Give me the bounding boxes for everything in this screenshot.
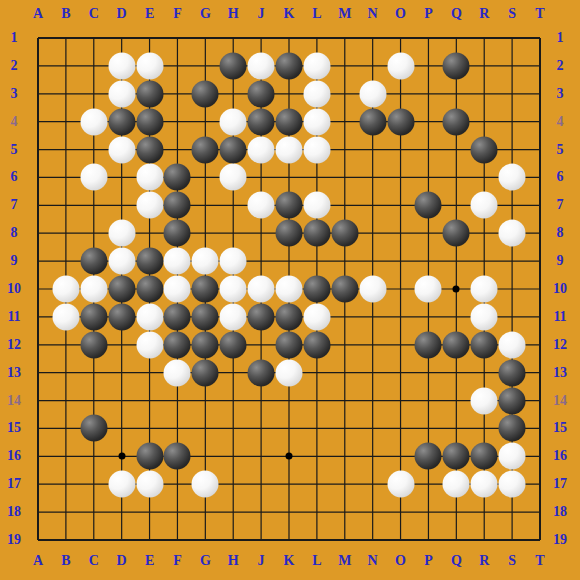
white-stone-K5	[276, 136, 303, 163]
black-stone-F11	[164, 303, 191, 330]
black-stone-E10	[136, 276, 163, 303]
column-label-top-G: G	[200, 7, 211, 21]
black-stone-K8	[276, 220, 303, 247]
black-stone-G12	[192, 331, 219, 358]
white-stone-H4	[220, 108, 247, 135]
column-label-top-M: M	[338, 7, 351, 21]
white-stone-O17	[387, 471, 414, 498]
white-stone-J10	[248, 276, 275, 303]
black-stone-R16	[471, 443, 498, 470]
black-stone-O4	[387, 108, 414, 135]
black-stone-G5	[192, 136, 219, 163]
black-stone-G3	[192, 80, 219, 107]
white-stone-C4	[80, 108, 107, 135]
white-stone-D3	[108, 80, 135, 107]
black-stone-E9	[136, 248, 163, 275]
column-label-bottom-T: T	[535, 554, 544, 568]
black-stone-F6	[164, 164, 191, 191]
column-label-bottom-Q: Q	[451, 554, 462, 568]
white-stone-B10	[52, 276, 79, 303]
black-stone-K7	[276, 192, 303, 219]
black-stone-C12	[80, 331, 107, 358]
white-stone-R14	[471, 387, 498, 414]
row-label-left-1: 1	[11, 31, 18, 45]
row-label-right-17: 17	[553, 477, 567, 491]
white-stone-R11	[471, 303, 498, 330]
black-stone-J3	[248, 80, 275, 107]
black-stone-D4	[108, 108, 135, 135]
row-label-right-14: 14	[553, 394, 567, 408]
column-label-bottom-F: F	[173, 554, 182, 568]
row-label-left-10: 10	[7, 282, 21, 296]
column-label-top-C: C	[89, 7, 99, 21]
column-label-top-R: R	[479, 7, 489, 21]
column-label-bottom-L: L	[312, 554, 321, 568]
column-label-bottom-A: A	[33, 554, 43, 568]
row-label-left-8: 8	[11, 226, 18, 240]
row-label-right-8: 8	[557, 226, 564, 240]
row-label-right-2: 2	[557, 59, 564, 73]
row-label-left-14: 14	[7, 394, 21, 408]
white-stone-H6	[220, 164, 247, 191]
row-label-left-16: 16	[7, 449, 21, 463]
black-stone-D11	[108, 303, 135, 330]
black-stone-M10	[331, 276, 358, 303]
white-stone-E2	[136, 52, 163, 79]
row-label-right-16: 16	[553, 449, 567, 463]
white-stone-H9	[220, 248, 247, 275]
row-label-left-2: 2	[11, 59, 18, 73]
row-label-left-15: 15	[7, 421, 21, 435]
black-stone-S15	[499, 415, 526, 442]
column-label-top-K: K	[284, 7, 295, 21]
black-stone-H5	[220, 136, 247, 163]
black-stone-K2	[276, 52, 303, 79]
column-label-top-T: T	[535, 7, 544, 21]
row-label-right-4: 4	[557, 115, 564, 129]
row-label-left-11: 11	[7, 310, 20, 324]
row-label-right-10: 10	[553, 282, 567, 296]
row-label-left-6: 6	[11, 170, 18, 184]
go-board[interactable]: AABBCCDDEEFFGGHHJJKKLLMMNNOOPPQQRRSSTT11…	[0, 0, 580, 580]
white-stone-S8	[499, 220, 526, 247]
column-label-top-O: O	[395, 7, 406, 21]
black-stone-E3	[136, 80, 163, 107]
black-stone-C15	[80, 415, 107, 442]
black-stone-N4	[359, 108, 386, 135]
white-stone-F9	[164, 248, 191, 275]
row-label-left-17: 17	[7, 477, 21, 491]
column-label-top-E: E	[145, 7, 154, 21]
column-label-top-H: H	[228, 7, 239, 21]
black-stone-Q12	[443, 331, 470, 358]
row-label-right-6: 6	[557, 170, 564, 184]
black-stone-C11	[80, 303, 107, 330]
white-stone-G9	[192, 248, 219, 275]
row-label-left-4: 4	[11, 115, 18, 129]
black-stone-G13	[192, 359, 219, 386]
black-stone-L10	[303, 276, 330, 303]
white-stone-F10	[164, 276, 191, 303]
white-stone-O2	[387, 52, 414, 79]
row-label-right-15: 15	[553, 421, 567, 435]
black-stone-S14	[499, 387, 526, 414]
column-label-top-D: D	[117, 7, 127, 21]
row-label-right-19: 19	[553, 533, 567, 547]
white-stone-N3	[359, 80, 386, 107]
white-stone-Q17	[443, 471, 470, 498]
column-label-top-P: P	[424, 7, 433, 21]
black-stone-M8	[331, 220, 358, 247]
row-label-right-13: 13	[553, 366, 567, 380]
row-label-left-18: 18	[7, 505, 21, 519]
white-stone-E11	[136, 303, 163, 330]
row-label-left-12: 12	[7, 338, 21, 352]
black-stone-J4	[248, 108, 275, 135]
column-label-top-S: S	[508, 7, 516, 21]
column-label-top-B: B	[61, 7, 70, 21]
white-stone-H10	[220, 276, 247, 303]
black-stone-P7	[415, 192, 442, 219]
white-stone-J7	[248, 192, 275, 219]
row-label-right-3: 3	[557, 87, 564, 101]
black-stone-J11	[248, 303, 275, 330]
black-stone-J13	[248, 359, 275, 386]
column-label-bottom-D: D	[117, 554, 127, 568]
white-stone-S16	[499, 443, 526, 470]
white-stone-D2	[108, 52, 135, 79]
column-label-bottom-C: C	[89, 554, 99, 568]
white-stone-F13	[164, 359, 191, 386]
white-stone-J2	[248, 52, 275, 79]
column-label-bottom-O: O	[395, 554, 406, 568]
row-label-right-1: 1	[557, 31, 564, 45]
row-label-right-7: 7	[557, 198, 564, 212]
black-stone-S13	[499, 359, 526, 386]
black-stone-E5	[136, 136, 163, 163]
black-stone-K11	[276, 303, 303, 330]
white-stone-K13	[276, 359, 303, 386]
column-label-bottom-N: N	[368, 554, 378, 568]
black-stone-F12	[164, 331, 191, 358]
white-stone-E17	[136, 471, 163, 498]
row-label-left-7: 7	[11, 198, 18, 212]
row-label-right-12: 12	[553, 338, 567, 352]
black-stone-G10	[192, 276, 219, 303]
black-stone-D10	[108, 276, 135, 303]
column-label-bottom-P: P	[424, 554, 433, 568]
white-stone-E6	[136, 164, 163, 191]
black-stone-K12	[276, 331, 303, 358]
white-stone-S6	[499, 164, 526, 191]
black-stone-Q8	[443, 220, 470, 247]
black-stone-C9	[80, 248, 107, 275]
column-label-top-A: A	[33, 7, 43, 21]
white-stone-K10	[276, 276, 303, 303]
white-stone-E7	[136, 192, 163, 219]
black-stone-F7	[164, 192, 191, 219]
black-stone-L12	[303, 331, 330, 358]
column-label-bottom-H: H	[228, 554, 239, 568]
black-stone-F16	[164, 443, 191, 470]
column-label-bottom-B: B	[61, 554, 70, 568]
black-stone-E16	[136, 443, 163, 470]
white-stone-E12	[136, 331, 163, 358]
star-point-D16	[118, 453, 125, 460]
white-stone-D8	[108, 220, 135, 247]
white-stone-R17	[471, 471, 498, 498]
black-stone-F8	[164, 220, 191, 247]
white-stone-L5	[303, 136, 330, 163]
white-stone-D9	[108, 248, 135, 275]
black-stone-L8	[303, 220, 330, 247]
black-stone-P16	[415, 443, 442, 470]
white-stone-B11	[52, 303, 79, 330]
white-stone-H11	[220, 303, 247, 330]
black-stone-E4	[136, 108, 163, 135]
row-label-left-9: 9	[11, 254, 18, 268]
white-stone-D17	[108, 471, 135, 498]
white-stone-L4	[303, 108, 330, 135]
row-label-left-19: 19	[7, 533, 21, 547]
white-stone-L7	[303, 192, 330, 219]
row-label-left-3: 3	[11, 87, 18, 101]
black-stone-Q4	[443, 108, 470, 135]
white-stone-L3	[303, 80, 330, 107]
white-stone-R7	[471, 192, 498, 219]
black-stone-Q16	[443, 443, 470, 470]
column-label-bottom-J: J	[258, 554, 265, 568]
column-label-bottom-K: K	[284, 554, 295, 568]
black-stone-R5	[471, 136, 498, 163]
row-label-left-13: 13	[7, 366, 21, 380]
column-label-top-L: L	[312, 7, 321, 21]
row-label-right-9: 9	[557, 254, 564, 268]
white-stone-C10	[80, 276, 107, 303]
white-stone-D5	[108, 136, 135, 163]
black-stone-Q2	[443, 52, 470, 79]
column-label-top-N: N	[368, 7, 378, 21]
white-stone-J5	[248, 136, 275, 163]
row-label-right-5: 5	[557, 143, 564, 157]
column-label-bottom-M: M	[338, 554, 351, 568]
black-stone-H12	[220, 331, 247, 358]
white-stone-L11	[303, 303, 330, 330]
white-stone-S12	[499, 331, 526, 358]
black-stone-R12	[471, 331, 498, 358]
star-point-K16	[286, 453, 293, 460]
black-stone-P12	[415, 331, 442, 358]
white-stone-L2	[303, 52, 330, 79]
black-stone-H2	[220, 52, 247, 79]
white-stone-C6	[80, 164, 107, 191]
white-stone-G17	[192, 471, 219, 498]
column-label-top-J: J	[258, 7, 265, 21]
black-stone-G11	[192, 303, 219, 330]
white-stone-P10	[415, 276, 442, 303]
column-label-top-F: F	[173, 7, 182, 21]
column-label-bottom-S: S	[508, 554, 516, 568]
column-label-bottom-G: G	[200, 554, 211, 568]
star-point-Q10	[453, 286, 460, 293]
column-label-bottom-R: R	[479, 554, 489, 568]
row-label-left-5: 5	[11, 143, 18, 157]
column-label-top-Q: Q	[451, 7, 462, 21]
white-stone-R10	[471, 276, 498, 303]
white-stone-N10	[359, 276, 386, 303]
column-label-bottom-E: E	[145, 554, 154, 568]
white-stone-S17	[499, 471, 526, 498]
row-label-right-11: 11	[553, 310, 566, 324]
black-stone-K4	[276, 108, 303, 135]
row-label-right-18: 18	[553, 505, 567, 519]
